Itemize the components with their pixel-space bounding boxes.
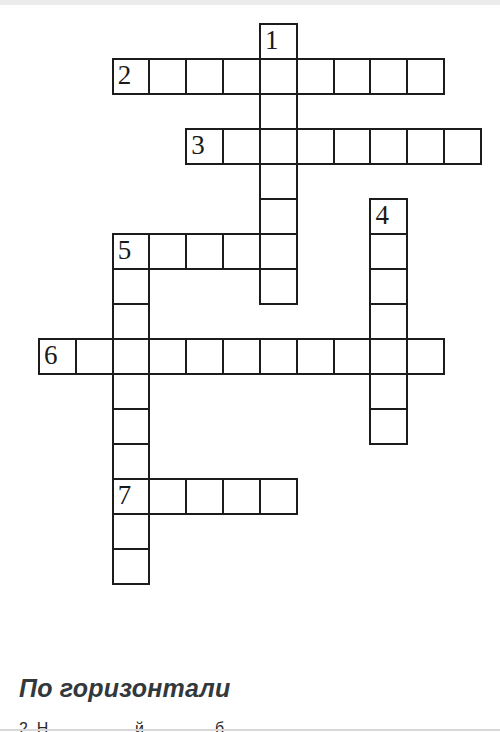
crossword-cell [112,513,151,550]
crossword-cell [112,303,151,340]
crossword-cell [296,58,335,95]
crossword-cell [112,443,151,480]
crossword-cell [222,478,261,515]
crossword-grid: 1234567 [0,0,500,620]
cell-number: 6 [44,342,58,369]
crossword-cell [259,233,298,270]
crossword-cell: 2 [112,58,151,95]
crossword-cell [406,58,445,95]
crossword-cell [112,338,151,375]
crossword-cell [333,338,372,375]
crossword-cell [406,128,445,165]
crossword-cell: 7 [112,478,151,515]
crossword-cell [222,128,261,165]
crossword-cell [259,478,298,515]
cell-number: 1 [265,27,279,54]
bottom-edge-rule [0,729,500,731]
crossword-cell: 3 [185,128,224,165]
crossword-cell [112,373,151,410]
crossword-cell [222,338,261,375]
crossword-cell [112,268,151,305]
crossword-cell [259,163,298,200]
crossword-cell [185,338,224,375]
crossword-cell [259,58,298,95]
crossword-cell [259,128,298,165]
crossword-cell [185,58,224,95]
across-section-heading: По горизонтали [19,674,231,703]
crossword-cell [369,373,408,410]
crossword-cell [443,128,482,165]
crossword-cell [333,128,372,165]
crossword-cell [259,93,298,130]
cell-number: 5 [118,237,132,264]
crossword-cell [259,198,298,235]
crossword-cell [333,58,372,95]
cell-number: 7 [118,482,132,509]
crossword-cell [296,128,335,165]
crossword-cell [369,233,408,270]
crossword-cell [369,408,408,445]
crossword-cell [369,303,408,340]
cell-number: 3 [191,132,205,159]
crossword-cell: 6 [38,338,77,375]
crossword-cell [369,58,408,95]
crossword-cell [259,268,298,305]
crossword-cell [406,338,445,375]
crossword-cell [148,233,187,270]
crossword-cell [369,128,408,165]
page: 1234567 По горизонтали 2. Нйб [0,0,500,732]
cell-number: 2 [118,62,132,89]
crossword-cell [296,338,335,375]
crossword-cell [185,478,224,515]
crossword-cell [185,233,224,270]
crossword-cell [222,233,261,270]
crossword-cell [112,408,151,445]
cell-number: 4 [375,202,389,229]
crossword-cell: 5 [112,233,151,270]
crossword-cell [259,338,298,375]
crossword-cell [75,338,114,375]
crossword-cell [148,338,187,375]
crossword-cell [369,268,408,305]
crossword-cell [148,58,187,95]
crossword-cell: 4 [369,198,408,235]
crossword-cell: 1 [259,23,298,60]
crossword-cell [222,58,261,95]
crossword-cell [112,548,151,585]
crossword-cell [148,478,187,515]
crossword-cell [369,338,408,375]
